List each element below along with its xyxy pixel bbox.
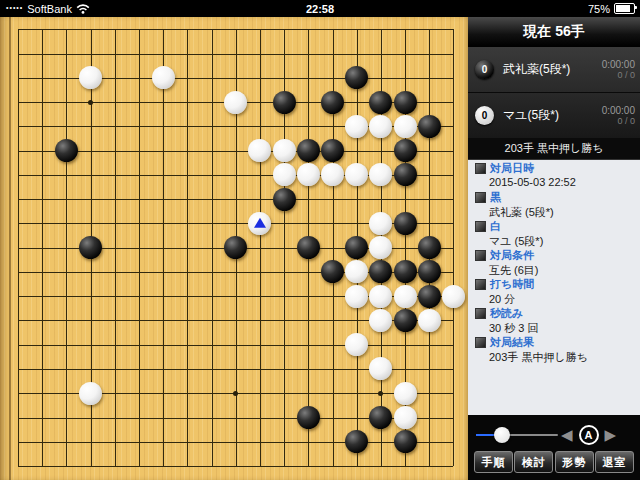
prev-move-button[interactable]: ◀: [561, 427, 573, 443]
info-label: 対局日時: [490, 161, 534, 176]
stone-white: [152, 66, 175, 89]
info-label: 白: [490, 219, 501, 234]
stone-black: [345, 430, 368, 453]
info-value: 武礼薬 (5段*): [468, 204, 640, 218]
white-periods: 0 / 0: [602, 116, 635, 126]
stone-white: [273, 139, 296, 162]
info-label: 対局結果: [490, 335, 534, 350]
stone-white: [248, 212, 271, 235]
stone-white: [248, 139, 271, 162]
battery-percent-label: 75%: [588, 3, 610, 15]
stone-black: [345, 236, 368, 259]
info-item-0: 対局日時2015-05-03 22:52: [468, 162, 640, 189]
auto-play-button[interactable]: A: [579, 425, 599, 445]
clock-label: 22:58: [0, 3, 640, 15]
stone-black: [321, 260, 344, 283]
last-move-marker: [254, 218, 266, 228]
slider-thumb[interactable]: [494, 427, 510, 443]
list-bullet-icon: [475, 163, 486, 174]
battery-icon: [614, 3, 635, 14]
stone-black: [369, 406, 392, 429]
stone-white: [79, 66, 102, 89]
stone-black: [418, 236, 441, 259]
panel-button-row: 手順 検討 形勢 退室: [468, 451, 640, 473]
next-move-button[interactable]: ▶: [605, 427, 617, 443]
playback-controls: ◀ A ▶ 手順 検討 形勢 退室: [468, 415, 640, 480]
stone-white: [394, 382, 417, 405]
stone-white: [345, 285, 368, 308]
stone-black: [369, 260, 392, 283]
stone-black: [394, 139, 417, 162]
stone-black: [321, 91, 344, 114]
info-value: 20 分: [468, 291, 640, 305]
go-board[interactable]: [0, 17, 468, 480]
result-banner: 203手 黒中押し勝ち: [468, 138, 640, 160]
list-bullet-icon: [475, 250, 486, 261]
list-bullet-icon: [475, 221, 486, 232]
info-item-2: 白マユ (5段*): [468, 220, 640, 247]
stone-white: [369, 357, 392, 380]
slider-row: ◀ A ▶: [468, 423, 640, 447]
black-periods: 0 / 0: [602, 70, 635, 80]
app-screen: ••••• SoftBank 22:58 75% 現在 56手 0 武礼薬(5段…: [0, 0, 640, 480]
stone-white: [79, 382, 102, 405]
stone-white: [369, 115, 392, 138]
list-bullet-icon: [475, 279, 486, 290]
stone-black: [297, 406, 320, 429]
button-tejun[interactable]: 手順: [474, 451, 513, 473]
white-player-name: マユ(5段*): [503, 107, 602, 124]
info-value: 2015-05-03 22:52: [468, 175, 640, 189]
stone-black: [297, 139, 320, 162]
star-point: [378, 391, 383, 396]
stone-white: [369, 309, 392, 332]
stone-black: [79, 236, 102, 259]
status-bar: ••••• SoftBank 22:58 75%: [0, 0, 640, 17]
info-label: 秒読み: [490, 306, 523, 321]
grid-line: [18, 345, 453, 346]
stone-white: [369, 163, 392, 186]
button-kentou[interactable]: 検討: [514, 451, 553, 473]
stone-black: [345, 66, 368, 89]
info-item-1: 黒武礼薬 (5段*): [468, 191, 640, 218]
black-captures-badge: 0: [475, 60, 494, 79]
white-time: 0:00:00: [602, 105, 635, 116]
players-box: 0 武礼薬(5段*) 0:00:00 0 / 0 0 マユ(5段*) 0:00:…: [468, 47, 640, 138]
stone-white: [442, 285, 465, 308]
stone-white: [394, 406, 417, 429]
info-item-3: 対局条件互先 (6目): [468, 249, 640, 276]
board-edge: [9, 17, 11, 480]
grid-line: [18, 442, 453, 443]
info-value: マユ (5段*): [468, 233, 640, 247]
stone-black: [418, 115, 441, 138]
list-bullet-icon: [475, 192, 486, 203]
stone-black: [394, 91, 417, 114]
star-point: [88, 100, 93, 105]
info-label: 黒: [490, 190, 501, 205]
stone-white: [321, 163, 344, 186]
status-right: 75%: [588, 0, 635, 17]
info-value: 互先 (6目): [468, 262, 640, 276]
player-row-black: 0 武礼薬(5段*) 0:00:00 0 / 0: [468, 47, 640, 92]
button-keisei[interactable]: 形勢: [555, 451, 594, 473]
list-bullet-icon: [475, 308, 486, 319]
info-label: 対局条件: [490, 248, 534, 263]
stone-black: [273, 188, 296, 211]
grid-line: [260, 29, 261, 466]
stone-black: [297, 236, 320, 259]
info-value: 30 秒 3 回: [468, 320, 640, 334]
stone-white: [345, 260, 368, 283]
star-point: [233, 391, 238, 396]
grid-line: [453, 29, 454, 466]
stone-white: [345, 115, 368, 138]
stone-black: [418, 285, 441, 308]
stone-white: [394, 285, 417, 308]
grid-line: [18, 466, 453, 467]
stone-black: [418, 260, 441, 283]
current-move-header: 現在 56手: [468, 17, 640, 47]
stone-black: [273, 91, 296, 114]
stone-black: [394, 260, 417, 283]
stone-white: [369, 212, 392, 235]
stone-white: [345, 163, 368, 186]
info-label: 打ち時間: [490, 277, 534, 292]
stone-white: [369, 285, 392, 308]
stone-black: [369, 91, 392, 114]
stone-white: [418, 309, 441, 332]
button-taishitsu[interactable]: 退室: [595, 451, 634, 473]
stone-black: [394, 430, 417, 453]
stone-white: [369, 236, 392, 259]
black-player-name: 武礼薬(5段*): [503, 61, 602, 78]
stone-black: [394, 163, 417, 186]
game-info-list: 対局日時2015-05-03 22:52黒武礼薬 (5段*)白マユ (5段*)対…: [468, 161, 640, 365]
info-item-5: 秒読み30 秒 3 回: [468, 307, 640, 334]
black-time: 0:00:00: [602, 59, 635, 70]
stone-white: [394, 115, 417, 138]
stone-white: [224, 91, 247, 114]
move-slider[interactable]: [476, 427, 558, 443]
stone-black: [55, 139, 78, 162]
stone-white: [345, 333, 368, 356]
info-value: 203手 黒中押し勝ち: [468, 349, 640, 363]
info-item-4: 打ち時間20 分: [468, 278, 640, 305]
white-clock: 0:00:00 0 / 0: [602, 105, 635, 126]
list-bullet-icon: [475, 337, 486, 348]
stone-black: [321, 139, 344, 162]
stone-black: [394, 309, 417, 332]
player-row-white: 0 マユ(5段*) 0:00:00 0 / 0: [468, 92, 640, 138]
stone-white: [273, 163, 296, 186]
info-item-6: 対局結果203手 黒中押し勝ち: [468, 336, 640, 363]
stone-black: [394, 212, 417, 235]
white-captures-badge: 0: [475, 106, 494, 125]
black-clock: 0:00:00 0 / 0: [602, 59, 635, 80]
side-panel: 現在 56手 0 武礼薬(5段*) 0:00:00 0 / 0 0 マユ(5段*…: [468, 17, 640, 480]
stone-black: [224, 236, 247, 259]
stone-white: [297, 163, 320, 186]
